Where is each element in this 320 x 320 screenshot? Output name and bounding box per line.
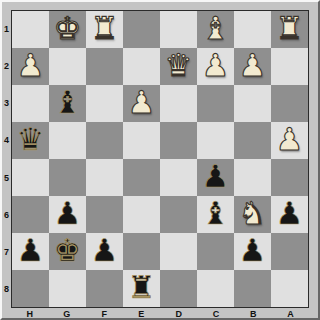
white-rook[interactable]: ♜ <box>91 13 119 44</box>
square-g7[interactable]: ♚ <box>49 233 86 270</box>
rank-labels: 1 2 3 4 5 6 7 8 <box>2 10 11 308</box>
square-b3[interactable] <box>234 85 271 122</box>
square-c8[interactable] <box>197 270 234 307</box>
square-a4[interactable]: ♟ <box>271 122 308 159</box>
square-h4[interactable]: ♛ <box>12 122 49 159</box>
square-g3[interactable]: ♝ <box>49 85 86 122</box>
square-b5[interactable] <box>234 159 271 196</box>
white-pawn[interactable]: ♟ <box>128 87 156 118</box>
square-e3[interactable]: ♟ <box>123 85 160 122</box>
square-f7[interactable]: ♟ <box>86 233 123 270</box>
square-f3[interactable] <box>86 85 123 122</box>
file-label-b: B <box>235 307 272 320</box>
square-c7[interactable] <box>197 233 234 270</box>
square-e5[interactable] <box>123 159 160 196</box>
white-pawn[interactable]: ♟ <box>276 124 304 155</box>
square-d4[interactable] <box>160 122 197 159</box>
square-d3[interactable] <box>160 85 197 122</box>
square-g4[interactable] <box>49 122 86 159</box>
square-c4[interactable] <box>197 122 234 159</box>
square-e1[interactable] <box>123 11 160 48</box>
square-g8[interactable] <box>49 270 86 307</box>
file-label-a: A <box>272 307 309 320</box>
file-label-c: C <box>197 307 234 320</box>
rank-label-4: 4 <box>2 122 11 159</box>
black-pawn[interactable]: ♟ <box>54 198 82 229</box>
square-h8[interactable] <box>12 270 49 307</box>
square-e6[interactable] <box>123 196 160 233</box>
chess-board: ♚♜♝♜♟♛♟♟♝♟♛♟♟♟♝♞♟♟♚♟♟♜ <box>11 10 309 308</box>
square-g2[interactable] <box>49 48 86 85</box>
black-pawn[interactable]: ♟ <box>202 161 230 192</box>
rank-label-6: 6 <box>2 196 11 233</box>
black-rook[interactable]: ♜ <box>128 272 156 303</box>
square-h5[interactable] <box>12 159 49 196</box>
black-bishop[interactable]: ♝ <box>54 87 82 118</box>
file-label-h: H <box>11 307 48 320</box>
square-d7[interactable] <box>160 233 197 270</box>
square-f1[interactable]: ♜ <box>86 11 123 48</box>
square-a7[interactable] <box>271 233 308 270</box>
black-queen[interactable]: ♛ <box>17 124 45 155</box>
square-a3[interactable] <box>271 85 308 122</box>
square-a8[interactable] <box>271 270 308 307</box>
square-d5[interactable] <box>160 159 197 196</box>
square-d1[interactable] <box>160 11 197 48</box>
square-a2[interactable] <box>271 48 308 85</box>
rank-label-5: 5 <box>2 159 11 196</box>
square-c5[interactable]: ♟ <box>197 159 234 196</box>
white-pawn[interactable]: ♟ <box>202 50 230 81</box>
square-d2[interactable]: ♛ <box>160 48 197 85</box>
square-b4[interactable] <box>234 122 271 159</box>
square-e8[interactable]: ♜ <box>123 270 160 307</box>
square-f6[interactable] <box>86 196 123 233</box>
white-knight[interactable]: ♞ <box>239 198 267 229</box>
square-a6[interactable]: ♟ <box>271 196 308 233</box>
square-g1[interactable]: ♚ <box>49 11 86 48</box>
white-rook[interactable]: ♜ <box>276 13 304 44</box>
square-a1[interactable]: ♜ <box>271 11 308 48</box>
square-h1[interactable] <box>12 11 49 48</box>
rank-label-3: 3 <box>2 85 11 122</box>
square-c1[interactable]: ♝ <box>197 11 234 48</box>
black-pawn[interactable]: ♟ <box>17 235 45 266</box>
rank-label-8: 8 <box>2 271 11 308</box>
file-label-e: E <box>123 307 160 320</box>
white-king[interactable]: ♚ <box>54 13 82 44</box>
file-labels: H G F E D C B A <box>11 307 309 320</box>
white-pawn[interactable]: ♟ <box>239 50 267 81</box>
file-label-g: G <box>48 307 85 320</box>
square-d6[interactable] <box>160 196 197 233</box>
white-queen[interactable]: ♛ <box>165 50 193 81</box>
square-c2[interactable]: ♟ <box>197 48 234 85</box>
square-b7[interactable]: ♟ <box>234 233 271 270</box>
black-bishop[interactable]: ♝ <box>202 198 230 229</box>
square-h3[interactable] <box>12 85 49 122</box>
square-a5[interactable] <box>271 159 308 196</box>
square-f5[interactable] <box>86 159 123 196</box>
square-f2[interactable] <box>86 48 123 85</box>
square-g5[interactable] <box>49 159 86 196</box>
square-b8[interactable] <box>234 270 271 307</box>
square-c6[interactable]: ♝ <box>197 196 234 233</box>
square-b1[interactable] <box>234 11 271 48</box>
square-e2[interactable] <box>123 48 160 85</box>
square-c3[interactable] <box>197 85 234 122</box>
rank-label-1: 1 <box>2 10 11 47</box>
square-e7[interactable] <box>123 233 160 270</box>
file-label-d: D <box>160 307 197 320</box>
square-b6[interactable]: ♞ <box>234 196 271 233</box>
rank-label-7: 7 <box>2 234 11 271</box>
black-king[interactable]: ♚ <box>54 235 82 266</box>
chess-diagram-frame: ♚♜♝♜♟♛♟♟♝♟♛♟♟♟♝♞♟♟♚♟♟♜ 1 2 3 4 5 6 7 8 H… <box>0 0 320 320</box>
black-pawn[interactable]: ♟ <box>276 198 304 229</box>
square-f4[interactable] <box>86 122 123 159</box>
square-b2[interactable]: ♟ <box>234 48 271 85</box>
square-e4[interactable] <box>123 122 160 159</box>
square-d8[interactable] <box>160 270 197 307</box>
square-h2[interactable]: ♟ <box>12 48 49 85</box>
rank-label-2: 2 <box>2 47 11 84</box>
square-f8[interactable] <box>86 270 123 307</box>
square-g6[interactable]: ♟ <box>49 196 86 233</box>
white-bishop[interactable]: ♝ <box>202 13 230 44</box>
black-pawn[interactable]: ♟ <box>239 235 267 266</box>
file-label-f: F <box>86 307 123 320</box>
square-h6[interactable] <box>12 196 49 233</box>
black-pawn[interactable]: ♟ <box>91 235 119 266</box>
square-h7[interactable]: ♟ <box>12 233 49 270</box>
white-pawn[interactable]: ♟ <box>17 50 45 81</box>
